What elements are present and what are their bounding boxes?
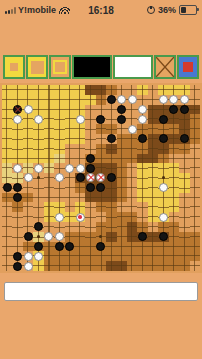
board-cell[interactable] xyxy=(54,163,64,173)
board-cell[interactable] xyxy=(179,222,189,232)
board-cell[interactable] xyxy=(85,222,95,232)
board-cell[interactable] xyxy=(158,212,168,222)
board-cell[interactable] xyxy=(54,124,64,134)
board-cell[interactable] xyxy=(137,222,147,232)
board-cell[interactable] xyxy=(96,124,106,134)
board-cell[interactable] xyxy=(117,163,127,173)
board-cell[interactable] xyxy=(44,212,54,222)
board-cell[interactable] xyxy=(169,124,179,134)
board-cell[interactable] xyxy=(190,222,200,232)
board-cell[interactable] xyxy=(96,202,106,212)
board-cell[interactable] xyxy=(12,193,22,203)
board-cell[interactable] xyxy=(44,105,54,115)
board-cell[interactable] xyxy=(2,222,12,232)
board-cell[interactable] xyxy=(33,251,43,261)
board-cell[interactable] xyxy=(158,85,168,95)
board-cell[interactable] xyxy=(190,163,200,173)
board-cell[interactable] xyxy=(169,114,179,124)
board-cell[interactable] xyxy=(169,173,179,183)
board-cell[interactable] xyxy=(23,222,33,232)
board-cell[interactable] xyxy=(179,134,189,144)
board-cell[interactable] xyxy=(190,261,200,271)
board-cell[interactable] xyxy=(44,261,54,271)
board-cell[interactable] xyxy=(23,144,33,154)
board-cell[interactable] xyxy=(158,183,168,193)
board-cell[interactable] xyxy=(12,183,22,193)
tool-orange-ring-square[interactable] xyxy=(49,55,71,79)
board-cell[interactable] xyxy=(23,105,33,115)
board-cell[interactable] xyxy=(169,105,179,115)
board-cell[interactable] xyxy=(85,232,95,242)
board-cell[interactable] xyxy=(44,193,54,203)
board-cell[interactable] xyxy=(127,173,137,183)
board-cell[interactable] xyxy=(190,154,200,164)
board-cell[interactable] xyxy=(96,173,106,183)
board-cell[interactable] xyxy=(169,163,179,173)
board-cell[interactable] xyxy=(148,85,158,95)
board-cell[interactable] xyxy=(65,95,75,105)
board-cell[interactable] xyxy=(158,261,168,271)
board-cell[interactable] xyxy=(106,154,116,164)
tool-white-swatch[interactable] xyxy=(113,55,153,79)
board-cell[interactable] xyxy=(23,95,33,105)
board-cell[interactable] xyxy=(148,105,158,115)
board-cell[interactable] xyxy=(137,251,147,261)
board-cell[interactable] xyxy=(106,261,116,271)
board-cell[interactable] xyxy=(54,232,64,242)
board-cell[interactable] xyxy=(179,144,189,154)
board-cell[interactable] xyxy=(44,95,54,105)
board-cell[interactable] xyxy=(127,124,137,134)
board-cell[interactable] xyxy=(85,163,95,173)
board-cell[interactable] xyxy=(137,114,147,124)
board-cell[interactable] xyxy=(117,183,127,193)
board-cell[interactable] xyxy=(96,163,106,173)
board-cell[interactable] xyxy=(148,183,158,193)
board-cell[interactable] xyxy=(44,232,54,242)
board-cell[interactable] xyxy=(127,105,137,115)
board-cell[interactable] xyxy=(75,154,85,164)
board-cell[interactable] xyxy=(85,85,95,95)
board-cell[interactable] xyxy=(96,85,106,95)
board-cell[interactable] xyxy=(137,261,147,271)
board-cell[interactable] xyxy=(148,95,158,105)
board-cell[interactable] xyxy=(85,144,95,154)
board-cell[interactable] xyxy=(54,251,64,261)
board-cell[interactable] xyxy=(179,242,189,252)
board-cell[interactable] xyxy=(65,173,75,183)
board-cell[interactable] xyxy=(127,261,137,271)
board-cell[interactable] xyxy=(158,95,168,105)
board-cell[interactable] xyxy=(106,242,116,252)
board-cell[interactable] xyxy=(137,95,147,105)
board-cell[interactable] xyxy=(137,242,147,252)
board-cell[interactable] xyxy=(44,173,54,183)
board-cell[interactable] xyxy=(117,114,127,124)
board-cell[interactable] xyxy=(179,173,189,183)
board-cell[interactable] xyxy=(137,202,147,212)
board-cell[interactable] xyxy=(117,85,127,95)
board-cell[interactable] xyxy=(2,212,12,222)
board-cell[interactable] xyxy=(12,85,22,95)
board-cell[interactable] xyxy=(85,212,95,222)
board-cell[interactable] xyxy=(137,154,147,164)
board-cell[interactable] xyxy=(190,212,200,222)
board-cell[interactable] xyxy=(75,124,85,134)
board-cell[interactable] xyxy=(137,144,147,154)
board-cell[interactable] xyxy=(12,124,22,134)
board-cell[interactable] xyxy=(23,114,33,124)
board-cell[interactable] xyxy=(179,183,189,193)
board-cell[interactable] xyxy=(96,232,106,242)
board-cell[interactable] xyxy=(169,144,179,154)
board-cell[interactable] xyxy=(44,134,54,144)
board-cell[interactable] xyxy=(127,144,137,154)
board-cell[interactable] xyxy=(2,144,12,154)
board-cell[interactable] xyxy=(169,212,179,222)
board-cell[interactable] xyxy=(65,212,75,222)
board-cell[interactable] xyxy=(44,154,54,164)
board-cell[interactable] xyxy=(85,173,95,183)
board-cell[interactable] xyxy=(2,114,12,124)
board-cell[interactable] xyxy=(96,144,106,154)
board-cell[interactable] xyxy=(33,105,43,115)
board-cell[interactable] xyxy=(33,193,43,203)
board-cell[interactable] xyxy=(65,85,75,95)
board-cell[interactable] xyxy=(127,154,137,164)
board-cell[interactable] xyxy=(23,163,33,173)
board-cell[interactable] xyxy=(33,134,43,144)
board-cell[interactable] xyxy=(75,232,85,242)
board-cell[interactable] xyxy=(106,183,116,193)
board-cell[interactable] xyxy=(158,105,168,115)
board-cell[interactable] xyxy=(169,222,179,232)
board-cell[interactable] xyxy=(85,242,95,252)
board-cell[interactable] xyxy=(190,242,200,252)
board-cell[interactable] xyxy=(65,183,75,193)
board-cell[interactable] xyxy=(44,124,54,134)
board-cell[interactable] xyxy=(190,114,200,124)
board-cell[interactable] xyxy=(85,251,95,261)
board-cell[interactable] xyxy=(137,85,147,95)
board-cell[interactable] xyxy=(127,251,137,261)
board-cell[interactable] xyxy=(2,232,12,242)
board-cell[interactable] xyxy=(96,212,106,222)
board-cell[interactable] xyxy=(106,173,116,183)
board-cell[interactable] xyxy=(23,124,33,134)
board-cell[interactable] xyxy=(148,163,158,173)
tool-blue-red-square[interactable] xyxy=(177,55,199,79)
board-cell[interactable] xyxy=(12,144,22,154)
board-cell[interactable] xyxy=(54,144,64,154)
board-cell[interactable] xyxy=(23,173,33,183)
board-cell[interactable] xyxy=(44,183,54,193)
board-cell[interactable] xyxy=(190,183,200,193)
board-cell[interactable] xyxy=(44,242,54,252)
board-cell[interactable] xyxy=(106,95,116,105)
board-cell[interactable] xyxy=(179,212,189,222)
board-cell[interactable] xyxy=(137,193,147,203)
board-cell[interactable] xyxy=(117,193,127,203)
board-cell[interactable] xyxy=(96,134,106,144)
board-cell[interactable] xyxy=(2,105,12,115)
board-cell[interactable] xyxy=(106,163,116,173)
board-cell[interactable] xyxy=(54,114,64,124)
board-cell[interactable] xyxy=(44,85,54,95)
board-cell[interactable] xyxy=(54,173,64,183)
board-cell[interactable] xyxy=(137,124,147,134)
board-cell[interactable] xyxy=(2,173,12,183)
board-cell[interactable] xyxy=(23,242,33,252)
board-cell[interactable] xyxy=(96,193,106,203)
board-cell[interactable] xyxy=(148,173,158,183)
board-cell[interactable] xyxy=(148,144,158,154)
board-cell[interactable] xyxy=(158,232,168,242)
board-cell[interactable] xyxy=(158,134,168,144)
board-cell[interactable] xyxy=(127,222,137,232)
board-cell[interactable] xyxy=(190,134,200,144)
board-cell[interactable] xyxy=(85,105,95,115)
board-cell[interactable] xyxy=(44,202,54,212)
board-cell[interactable] xyxy=(75,114,85,124)
board-cell[interactable] xyxy=(158,114,168,124)
board-cell[interactable] xyxy=(75,95,85,105)
board-cell[interactable] xyxy=(2,183,12,193)
board-cell[interactable] xyxy=(127,212,137,222)
board-cell[interactable] xyxy=(117,261,127,271)
board-cell[interactable] xyxy=(158,222,168,232)
board-cell[interactable] xyxy=(75,242,85,252)
board-cell[interactable] xyxy=(23,183,33,193)
board-cell[interactable] xyxy=(190,193,200,203)
board-cell[interactable] xyxy=(12,242,22,252)
board-cell[interactable] xyxy=(65,163,75,173)
board-cell[interactable] xyxy=(33,114,43,124)
board-cell[interactable] xyxy=(137,163,147,173)
board-cell[interactable] xyxy=(117,173,127,183)
board-cell[interactable] xyxy=(54,183,64,193)
board-cell[interactable] xyxy=(12,105,22,115)
board-cell[interactable] xyxy=(23,202,33,212)
board-cell[interactable] xyxy=(106,85,116,95)
board-cell[interactable] xyxy=(33,232,43,242)
board-cell[interactable] xyxy=(127,232,137,242)
board-cell[interactable] xyxy=(148,202,158,212)
board-cell[interactable] xyxy=(148,193,158,203)
board-cell[interactable] xyxy=(117,154,127,164)
board-cell[interactable] xyxy=(75,202,85,212)
board-cell[interactable] xyxy=(85,124,95,134)
board-cell[interactable] xyxy=(65,193,75,203)
board-cell[interactable] xyxy=(33,242,43,252)
board-cell[interactable] xyxy=(148,232,158,242)
board-cell[interactable] xyxy=(127,183,137,193)
board-cell[interactable] xyxy=(96,222,106,232)
board-cell[interactable] xyxy=(158,251,168,261)
board-cell[interactable] xyxy=(96,105,106,115)
board-cell[interactable] xyxy=(2,193,12,203)
board-cell[interactable] xyxy=(169,232,179,242)
board-cell[interactable] xyxy=(23,154,33,164)
board-cell[interactable] xyxy=(127,85,137,95)
board-cell[interactable] xyxy=(44,114,54,124)
board-cell[interactable] xyxy=(33,95,43,105)
board-cell[interactable] xyxy=(33,173,43,183)
board-cell[interactable] xyxy=(127,242,137,252)
board-cell[interactable] xyxy=(12,232,22,242)
board-cell[interactable] xyxy=(190,85,200,95)
board-cell[interactable] xyxy=(44,222,54,232)
board-cell[interactable] xyxy=(65,232,75,242)
board-cell[interactable] xyxy=(54,261,64,271)
board-cell[interactable] xyxy=(85,193,95,203)
board-cell[interactable] xyxy=(75,212,85,222)
board-cell[interactable] xyxy=(75,144,85,154)
board-cell[interactable] xyxy=(65,105,75,115)
board-cell[interactable] xyxy=(127,95,137,105)
board-cell[interactable] xyxy=(96,242,106,252)
board-cell[interactable] xyxy=(179,163,189,173)
board-cell[interactable] xyxy=(33,163,43,173)
board-cell[interactable] xyxy=(44,144,54,154)
board-cell[interactable] xyxy=(169,242,179,252)
board-cell[interactable] xyxy=(2,124,12,134)
board-cell[interactable] xyxy=(179,105,189,115)
board-cell[interactable] xyxy=(23,134,33,144)
board-cell[interactable] xyxy=(169,193,179,203)
board-cell[interactable] xyxy=(148,154,158,164)
board-cell[interactable] xyxy=(33,144,43,154)
board-cell[interactable] xyxy=(65,154,75,164)
board-cell[interactable] xyxy=(12,261,22,271)
board-cell[interactable] xyxy=(33,154,43,164)
board-cell[interactable] xyxy=(179,124,189,134)
comment-input[interactable] xyxy=(4,282,198,301)
board-cell[interactable] xyxy=(127,202,137,212)
board-cell[interactable] xyxy=(75,251,85,261)
tool-yellow-small-square[interactable] xyxy=(3,55,25,79)
board-cell[interactable] xyxy=(54,95,64,105)
board-cell[interactable] xyxy=(96,114,106,124)
board-cell[interactable] xyxy=(190,173,200,183)
board-cell[interactable] xyxy=(137,232,147,242)
board-cell[interactable] xyxy=(12,154,22,164)
board-cell[interactable] xyxy=(54,154,64,164)
board-cell[interactable] xyxy=(2,242,12,252)
board-cell[interactable] xyxy=(54,105,64,115)
board-cell[interactable] xyxy=(33,183,43,193)
board-cell[interactable] xyxy=(96,95,106,105)
board-cell[interactable] xyxy=(148,114,158,124)
board-cell[interactable] xyxy=(54,202,64,212)
board-cell[interactable] xyxy=(190,202,200,212)
board-cell[interactable] xyxy=(148,222,158,232)
board-cell[interactable] xyxy=(190,105,200,115)
board-cell[interactable] xyxy=(158,173,168,183)
board-cell[interactable] xyxy=(12,114,22,124)
board-cell[interactable] xyxy=(148,212,158,222)
board-cell[interactable] xyxy=(2,134,12,144)
board-cell[interactable] xyxy=(106,222,116,232)
board-cell[interactable] xyxy=(54,242,64,252)
board-cell[interactable] xyxy=(127,134,137,144)
board-cell[interactable] xyxy=(75,183,85,193)
board-cell[interactable] xyxy=(106,144,116,154)
board-cell[interactable] xyxy=(169,85,179,95)
board-cell[interactable] xyxy=(65,261,75,271)
board-cell[interactable] xyxy=(179,193,189,203)
board-cell[interactable] xyxy=(179,232,189,242)
board-cell[interactable] xyxy=(158,154,168,164)
board-cell[interactable] xyxy=(33,124,43,134)
board-cell[interactable] xyxy=(23,251,33,261)
board-cell[interactable] xyxy=(158,202,168,212)
board-cell[interactable] xyxy=(127,193,137,203)
board-cell[interactable] xyxy=(148,261,158,271)
board-cell[interactable] xyxy=(12,212,22,222)
board-cell[interactable] xyxy=(54,193,64,203)
board-cell[interactable] xyxy=(106,251,116,261)
board-cell[interactable] xyxy=(106,134,116,144)
board-cell[interactable] xyxy=(54,134,64,144)
board-cell[interactable] xyxy=(169,261,179,271)
board-cell[interactable] xyxy=(127,114,137,124)
board-cell[interactable] xyxy=(85,154,95,164)
board-cell[interactable] xyxy=(23,232,33,242)
board-cell[interactable] xyxy=(190,124,200,134)
board-cell[interactable] xyxy=(106,202,116,212)
board-cell[interactable] xyxy=(65,114,75,124)
board-cell[interactable] xyxy=(137,183,147,193)
board-cell[interactable] xyxy=(65,124,75,134)
board-cell[interactable] xyxy=(158,144,168,154)
board-cell[interactable] xyxy=(65,251,75,261)
board-cell[interactable] xyxy=(85,114,95,124)
board-cell[interactable] xyxy=(12,134,22,144)
board-cell[interactable] xyxy=(85,134,95,144)
board-cell[interactable] xyxy=(190,144,200,154)
board-cell[interactable] xyxy=(2,85,12,95)
board-cell[interactable] xyxy=(190,232,200,242)
board-cell[interactable] xyxy=(106,193,116,203)
board-cell[interactable] xyxy=(148,242,158,252)
board-cell[interactable] xyxy=(23,193,33,203)
board-cell[interactable] xyxy=(158,242,168,252)
board-cell[interactable] xyxy=(2,154,12,164)
board-cell[interactable] xyxy=(179,85,189,95)
board-cell[interactable] xyxy=(44,251,54,261)
board-cell[interactable] xyxy=(117,124,127,134)
board-cell[interactable] xyxy=(117,232,127,242)
board-cell[interactable] xyxy=(23,85,33,95)
board-cell[interactable] xyxy=(137,105,147,115)
board-cell[interactable] xyxy=(179,154,189,164)
board-cell[interactable] xyxy=(148,134,158,144)
board-cell[interactable] xyxy=(117,95,127,105)
board-cell[interactable] xyxy=(85,95,95,105)
board-cell[interactable] xyxy=(2,95,12,105)
board-cell[interactable] xyxy=(158,124,168,134)
board-cell[interactable] xyxy=(44,163,54,173)
board-cell[interactable] xyxy=(169,202,179,212)
board-cell[interactable] xyxy=(117,105,127,115)
board-cell[interactable] xyxy=(106,232,116,242)
board-cell[interactable] xyxy=(12,173,22,183)
board-cell[interactable] xyxy=(106,124,116,134)
tool-black-swatch[interactable] xyxy=(72,55,112,79)
board-cell[interactable] xyxy=(117,242,127,252)
board-cell[interactable] xyxy=(2,202,12,212)
